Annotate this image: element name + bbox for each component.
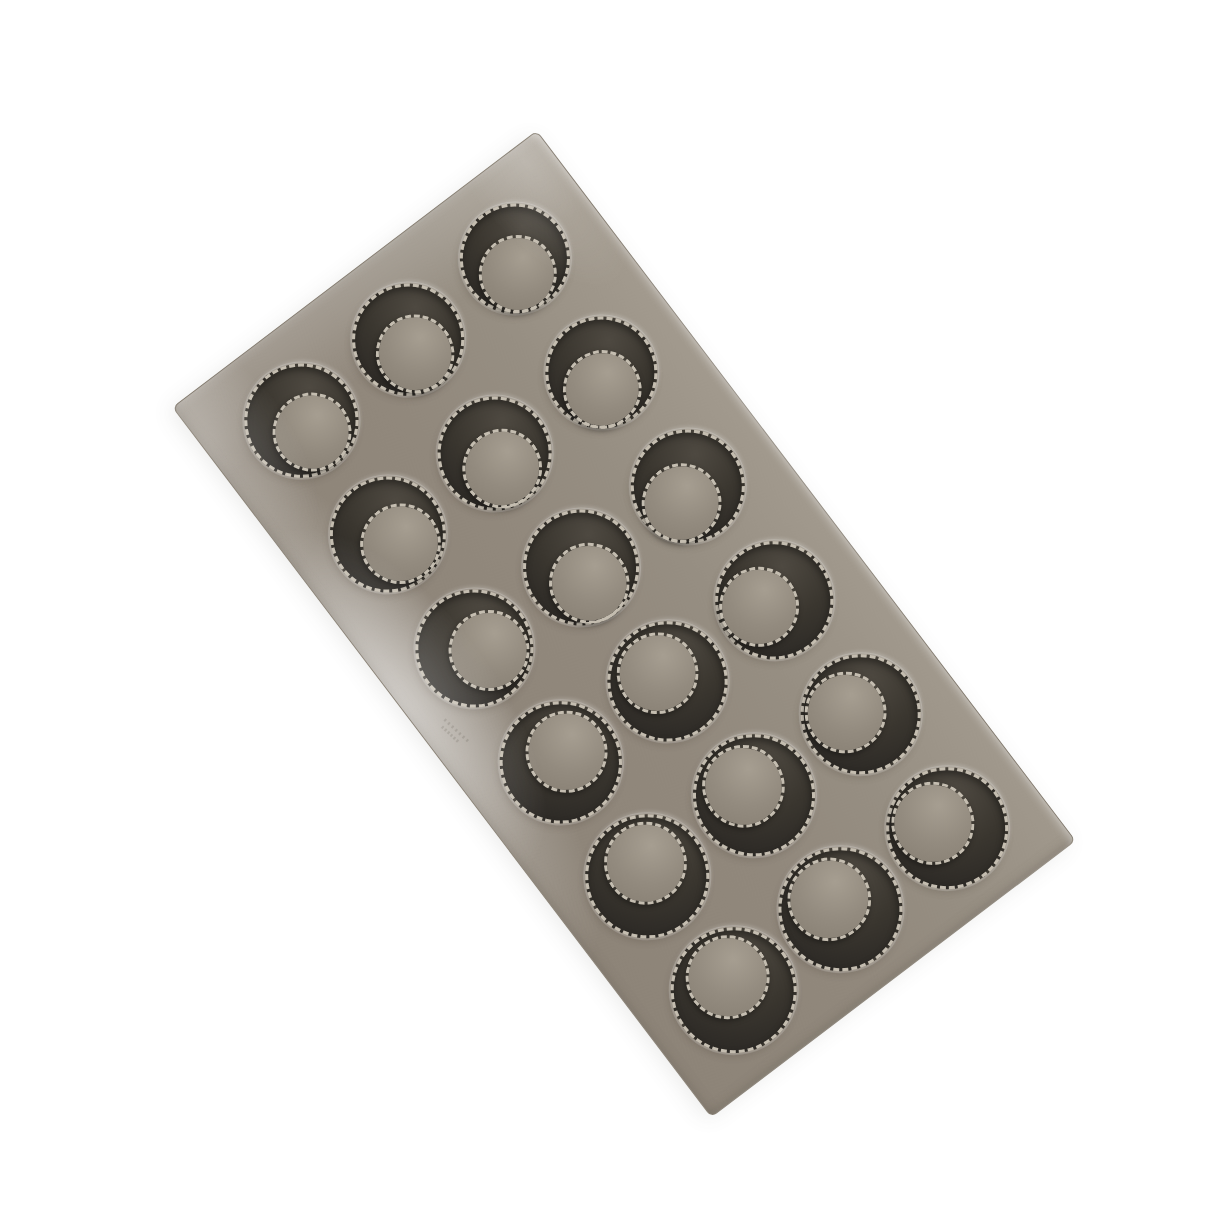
cup-grid [173, 132, 1074, 1117]
baking-cup [437, 180, 594, 337]
baking-tray [172, 130, 1076, 1117]
photo-scene [0, 0, 1214, 1214]
